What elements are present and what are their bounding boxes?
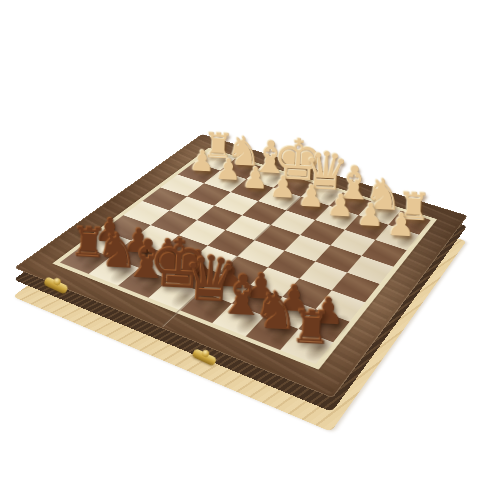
perspective-wrapper: ♜♞♝♛♚♝♞♜♟♟♟♟♟♟♟♟♟♟♟♟♟♟♟♟♜♞♝♛♚♝♞♜ — [0, 0, 500, 500]
chess-set-product-photo: ♜♞♝♛♚♝♞♜♟♟♟♟♟♟♟♟♟♟♟♟♟♟♟♟♜♞♝♛♚♝♞♜ — [0, 0, 500, 500]
chess-board: ♜♞♝♛♚♝♞♜♟♟♟♟♟♟♟♟♟♟♟♟♟♟♟♟♜♞♝♛♚♝♞♜ — [14, 134, 467, 398]
black-rook-glyph: ♜ — [258, 302, 365, 353]
